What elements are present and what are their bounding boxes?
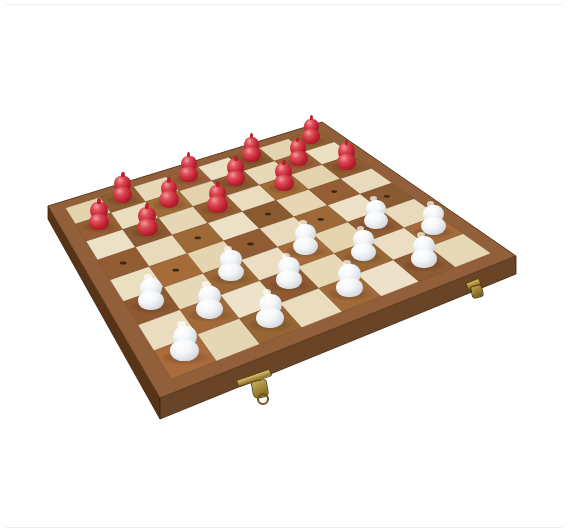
piece-highlight — [343, 260, 351, 266]
piece-onion-tip — [215, 181, 219, 187]
red-checker[interactable] — [337, 139, 356, 170]
red-checker[interactable] — [226, 155, 246, 187]
brass-latch-hook — [257, 393, 269, 405]
white-checker[interactable] — [293, 219, 318, 255]
piece-bottom-lobe — [276, 270, 302, 289]
white-checker[interactable] — [276, 251, 302, 289]
red-checker[interactable] — [207, 180, 228, 213]
piece-bottom-lobe — [170, 340, 199, 361]
white-checker[interactable] — [138, 272, 164, 310]
piece-highlight — [299, 220, 306, 226]
piece-bottom-lobe — [256, 308, 284, 328]
piece-bottom-lobe — [137, 219, 158, 236]
piece-highlight — [282, 253, 290, 259]
piece-bottom-lobe — [226, 171, 246, 187]
piece-bottom-lobe — [207, 196, 228, 213]
piece-onion-tip — [233, 156, 237, 162]
piece-bottom-lobe — [274, 175, 294, 191]
piece-bottom-lobe — [179, 167, 198, 183]
product-photo — [0, 0, 568, 532]
piece-bottom-lobe — [336, 278, 363, 297]
piece-bottom-lobe — [411, 249, 437, 268]
piece-highlight — [177, 321, 186, 328]
peg-hole — [120, 262, 127, 265]
white-checker[interactable] — [218, 245, 244, 282]
peg-hole — [265, 213, 271, 216]
peg-hole — [247, 242, 254, 245]
red-checker[interactable] — [274, 158, 294, 190]
piece-bottom-lobe — [89, 214, 110, 231]
white-checker[interactable] — [256, 288, 284, 328]
white-checker[interactable] — [170, 319, 199, 361]
piece-onion-tip — [309, 115, 313, 120]
piece-onion-tip — [282, 160, 286, 166]
piece-highlight — [224, 246, 232, 252]
piece-highlight — [263, 289, 271, 295]
white-checker[interactable] — [411, 231, 437, 269]
peg-hole — [318, 218, 324, 221]
piece-bottom-lobe — [196, 299, 223, 319]
piece-bottom-lobe — [337, 154, 356, 170]
red-checker[interactable] — [179, 151, 198, 182]
white-checker[interactable] — [196, 280, 223, 319]
peg-hole — [194, 236, 200, 239]
piece-highlight — [202, 281, 210, 287]
piece-onion-tip — [97, 198, 101, 204]
piece-bottom-lobe — [218, 263, 244, 281]
peg-hole — [172, 268, 179, 271]
white-checker[interactable] — [336, 258, 363, 297]
piece-bottom-lobe — [113, 187, 133, 203]
red-checker[interactable] — [137, 202, 158, 236]
red-checker[interactable] — [159, 175, 179, 208]
piece-bottom-lobe — [159, 191, 179, 207]
piece-highlight — [427, 201, 434, 207]
red-checker[interactable] — [89, 197, 110, 231]
red-checker[interactable] — [113, 171, 133, 203]
white-checker[interactable] — [351, 225, 376, 262]
peg-hole — [331, 190, 337, 193]
